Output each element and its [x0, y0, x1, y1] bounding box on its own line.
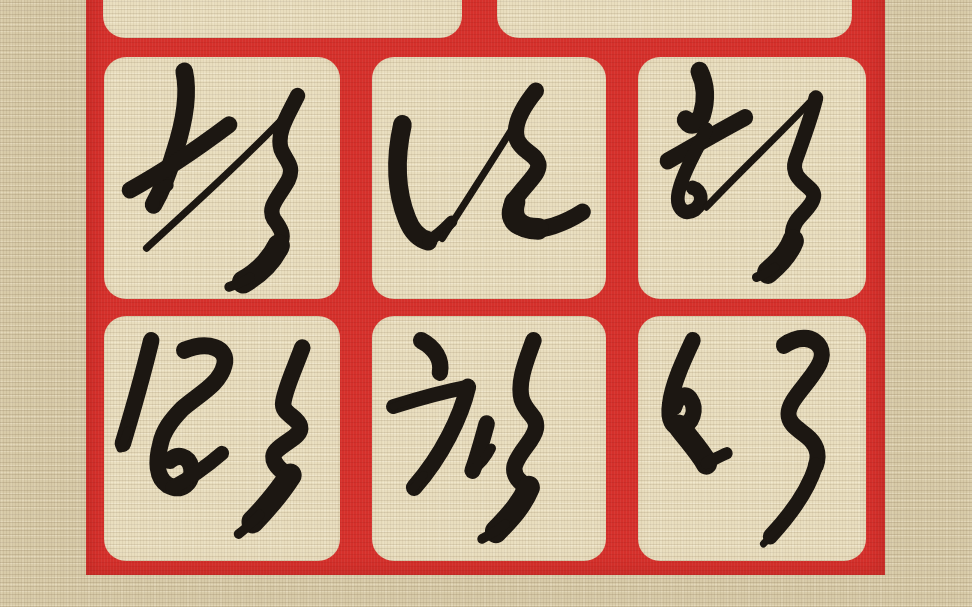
brush-stroke [273, 348, 302, 475]
calligraphy-cell-r1c2-blank [497, 0, 852, 38]
cursive-glyph-牧 [638, 57, 866, 299]
brush-stroke [686, 72, 705, 125]
brush-stroke [514, 341, 536, 488]
cursive-glyph-报 [104, 57, 340, 299]
cursive-glyph-收 [372, 57, 606, 299]
brush-stroke [421, 341, 440, 373]
brush-stroke [272, 96, 298, 246]
calligraphy-cell-r2c2-收 [372, 57, 606, 299]
calligraphy-cell-r3c2-放 [372, 316, 606, 561]
calligraphy-cell-r2c1-报 [104, 57, 340, 299]
brush-stroke [669, 341, 693, 427]
brush-stroke [514, 202, 539, 229]
calligraphy-cell-r3c3-好 [638, 316, 866, 561]
brush-stroke [784, 338, 822, 465]
calligraphy-copybook-photo [0, 0, 972, 607]
brush-stroke [679, 426, 706, 463]
calligraphy-cell-r3c1-般 [104, 316, 340, 561]
cursive-glyph-放 [372, 316, 606, 561]
cursive-glyph-般 [104, 316, 340, 561]
calligraphy-cell-r1c1-blank [103, 0, 462, 38]
cursive-glyph-好 [638, 316, 866, 561]
calligraphy-cell-r2c3-牧 [638, 57, 866, 299]
brush-stroke [398, 125, 429, 241]
